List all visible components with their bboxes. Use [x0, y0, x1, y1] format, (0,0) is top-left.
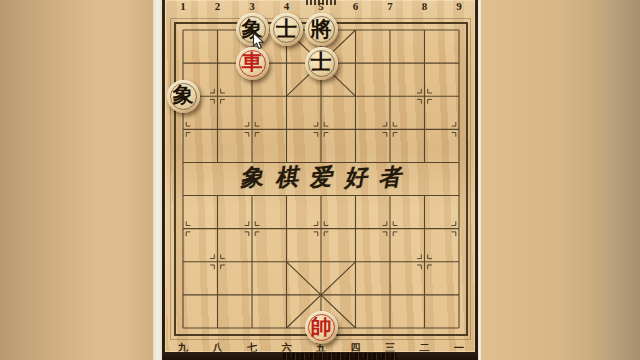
mouse-cursor-icon	[252, 32, 265, 51]
file-label-top-9: 9	[450, 1, 468, 12]
file-label-top-3: 3	[243, 1, 261, 12]
xiangqi-board[interactable]: 1 2 3 4 5 6 7 8 9 九 八 七 六 五 四 三 二 一 象 棋 …	[162, 0, 478, 360]
red-chariot-file3-rank1[interactable]: 車	[236, 47, 269, 80]
board-border-right	[475, 0, 478, 360]
piece-glyph: 帥	[311, 317, 332, 338]
board-border-left	[162, 0, 165, 360]
file-label-top-4: 4	[278, 1, 296, 12]
piece-glyph: 士	[276, 19, 297, 40]
clipped-caption-bottom	[283, 353, 397, 360]
black-advisor-file5-rank1[interactable]: 士	[305, 47, 338, 80]
file-label-top-1: 1	[174, 1, 192, 12]
board-edge-highlight-right	[478, 0, 481, 360]
black-elephant-file1-rank2[interactable]: 象	[167, 80, 200, 113]
board-edge-highlight-left	[153, 0, 162, 360]
file-label-top-8: 8	[416, 1, 434, 12]
blurred-background-right	[481, 0, 640, 360]
blurred-background-left	[0, 0, 162, 360]
piece-glyph: 士	[311, 52, 332, 73]
clipped-text-top	[306, 0, 338, 5]
xiangqi-app-screenshot: 1 2 3 4 5 6 7 8 9 九 八 七 六 五 四 三 二 一 象 棋 …	[0, 0, 640, 360]
file-label-top-6: 6	[347, 1, 365, 12]
piece-glyph: 車	[242, 52, 263, 73]
file-label-top-2: 2	[209, 1, 227, 12]
piece-layer: 象 士 將 車 士 象 帥	[166, 13, 477, 344]
black-general-file5-rank0[interactable]: 將	[305, 13, 338, 46]
piece-glyph: 象	[173, 85, 194, 106]
red-general-file5-rank9[interactable]: 帥	[305, 311, 338, 344]
piece-glyph: 將	[311, 19, 332, 40]
black-advisor-file4-rank0[interactable]: 士	[270, 13, 303, 46]
file-label-top-7: 7	[381, 1, 399, 12]
